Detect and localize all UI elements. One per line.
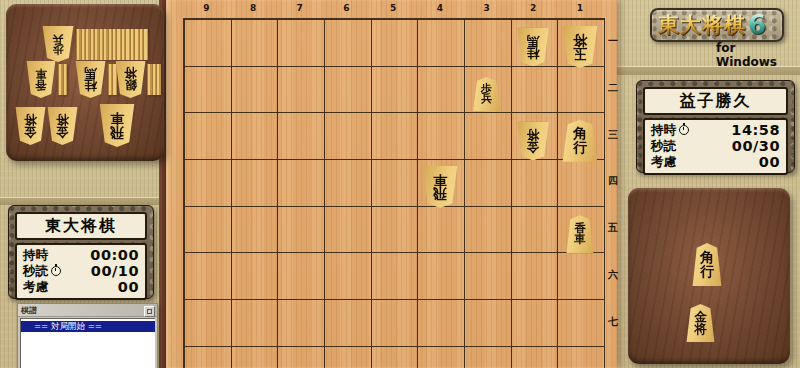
- shogi-piece-桂馬-gote[interactable]: 桂馬: [75, 61, 106, 98]
- stat-label: 秒読: [651, 138, 676, 155]
- shogi-piece-金将-sente[interactable]: 金将: [686, 304, 715, 342]
- kifu-window: 棋譜 == 対局開始 ==: [17, 303, 158, 368]
- stat-value: 00/10: [91, 263, 139, 279]
- shogi-board[interactable]: 987654321 一二三四五六七 桂馬玉将歩兵金将角行飛車香車: [166, 0, 617, 368]
- stat-label: 持時: [651, 122, 689, 139]
- rank-label-6: 六: [606, 268, 620, 282]
- app-logo-plate: 東大将棋 6: [650, 8, 784, 42]
- player-stats-right: 持時14:58秒読00/30考慮00: [643, 118, 788, 175]
- board-grid[interactable]: [183, 18, 605, 368]
- shogi-piece-金将-gote[interactable]: 金将: [47, 107, 78, 145]
- stat-row-考慮: 考慮00: [651, 154, 780, 170]
- rank-label-7: 七: [606, 315, 620, 329]
- stat-value: 14:58: [731, 122, 780, 138]
- file-label-8: 8: [250, 3, 256, 13]
- app-logo-version: 6: [748, 10, 766, 40]
- stat-row-持時: 持時00:00: [23, 247, 139, 263]
- shogi-piece-銀将-gote[interactable]: 銀将: [115, 61, 146, 98]
- sente-captured-pieces-tray[interactable]: 角行金将: [628, 188, 790, 364]
- player-stats-left: 持時00:00秒読00/10考慮00: [15, 243, 147, 300]
- rank-label-5: 五: [606, 221, 620, 235]
- app-logo-subtitle: for Windows: [716, 41, 800, 69]
- player-panel-left: 東大将棋 持時00:00秒読00/10考慮00: [8, 205, 154, 299]
- shogi-piece-歩兵-gote[interactable]: 歩兵: [42, 26, 74, 62]
- stat-label: 持時: [23, 247, 48, 264]
- file-label-1: 1: [577, 3, 583, 13]
- kifu-titlebar[interactable]: 棋譜: [18, 304, 157, 317]
- stack-edges-歩兵: [76, 29, 148, 60]
- stat-value: 00: [118, 279, 139, 295]
- kifu-title: 棋譜: [21, 305, 37, 316]
- gote-captured-pieces-tray[interactable]: 歩兵香車桂馬銀将金将金将飛車: [6, 4, 164, 161]
- file-label-7: 7: [297, 3, 303, 13]
- tatami-seam-left: [0, 197, 160, 205]
- app-logo-title: 東大将棋: [658, 11, 746, 39]
- shogi-app-window: 987654321 一二三四五六七 桂馬玉将歩兵金将角行飛車香車 歩兵香車桂馬銀…: [0, 0, 800, 368]
- stat-row-秒読: 秒読00/30: [651, 138, 780, 154]
- player-name-left: 東大将棋: [15, 212, 147, 240]
- file-label-3: 3: [483, 3, 489, 13]
- stack-edges-香車: [58, 64, 67, 95]
- stat-label: 秒読: [23, 263, 61, 280]
- rank-label-2: 二: [606, 81, 620, 95]
- stat-value: 00:00: [90, 247, 139, 263]
- file-label-4: 4: [437, 3, 443, 13]
- kifu-move-list[interactable]: == 対局開始 ==: [20, 318, 155, 368]
- active-clock-icon: [51, 266, 61, 276]
- file-label-6: 6: [343, 3, 349, 13]
- active-clock-icon: [679, 125, 689, 135]
- stat-row-秒読: 秒読00/10: [23, 263, 139, 279]
- stat-value: 00/30: [732, 138, 780, 154]
- player-panel-right: 益子勝久 持時14:58秒読00/30考慮00: [636, 80, 795, 173]
- stat-label: 考慮: [23, 279, 48, 296]
- file-label-9: 9: [203, 3, 209, 13]
- stat-row-考慮: 考慮00: [23, 279, 139, 295]
- kifu-rollup-button[interactable]: [144, 306, 155, 317]
- stat-row-持時: 持時14:58: [651, 122, 780, 138]
- shogi-piece-飛車-gote[interactable]: 飛車: [99, 104, 135, 147]
- stack-edges-銀将: [147, 64, 161, 95]
- stack-edges-桂馬: [108, 64, 117, 95]
- rank-label-1: 一: [606, 34, 620, 48]
- stat-label: 考慮: [651, 154, 676, 171]
- kifu-entry[interactable]: == 対局開始 ==: [21, 321, 155, 332]
- shogi-piece-金将-gote[interactable]: 金将: [15, 107, 46, 145]
- shogi-piece-香車-gote[interactable]: 香車: [26, 61, 56, 98]
- file-label-2: 2: [530, 3, 536, 13]
- shogi-piece-角行-sente[interactable]: 角行: [692, 243, 722, 286]
- rank-label-3: 三: [606, 128, 620, 142]
- player-name-right: 益子勝久: [643, 87, 788, 115]
- stat-value: 00: [759, 154, 780, 170]
- file-label-5: 5: [390, 3, 396, 13]
- rank-label-4: 四: [606, 174, 620, 188]
